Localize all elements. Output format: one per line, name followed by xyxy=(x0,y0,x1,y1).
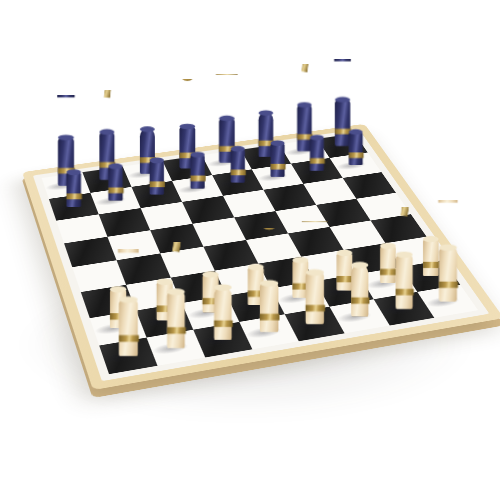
brass-ring xyxy=(214,320,233,327)
brass-ring xyxy=(230,170,245,176)
piece-cream-knight[interactable] xyxy=(149,242,202,348)
piece-navy-pawn[interactable] xyxy=(51,114,97,207)
brass-ring xyxy=(395,289,413,295)
brass-ring xyxy=(438,281,457,287)
brass-ring xyxy=(118,335,138,342)
piece-navy-pawn[interactable] xyxy=(92,109,138,201)
brass-ring xyxy=(351,297,369,303)
brass-ring xyxy=(309,158,324,164)
piece-navy-pawn[interactable] xyxy=(295,82,340,172)
piece-cream-knight[interactable] xyxy=(379,207,430,309)
product-photo-background xyxy=(0,0,500,500)
piece-cream-bishop[interactable] xyxy=(197,235,250,340)
piece-cream-rook[interactable] xyxy=(422,200,473,302)
piece-navy-pawn[interactable] xyxy=(175,98,221,189)
piece-cream-king[interactable] xyxy=(289,221,341,325)
perspective-wrapper xyxy=(0,0,500,500)
brass-ring xyxy=(167,327,186,334)
chess-board xyxy=(22,124,500,390)
brass-ring xyxy=(270,164,285,170)
piece-navy-pawn[interactable] xyxy=(215,92,260,183)
piece-navy-pawn[interactable] xyxy=(255,87,300,177)
brass-ring xyxy=(108,187,123,193)
brass-ring xyxy=(66,193,81,199)
piece-cream-bishop[interactable] xyxy=(334,214,386,317)
brass-ring xyxy=(190,175,205,181)
piece-navy-pawn[interactable] xyxy=(134,103,180,195)
piece-navy-pawn[interactable] xyxy=(333,76,378,165)
piece-cream-rook[interactable] xyxy=(102,249,155,356)
brass-ring xyxy=(305,305,324,311)
brass-ring xyxy=(259,313,279,320)
piece-cream-queen[interactable] xyxy=(243,228,295,333)
brass-ring xyxy=(149,181,164,187)
brass-ring xyxy=(348,152,363,158)
